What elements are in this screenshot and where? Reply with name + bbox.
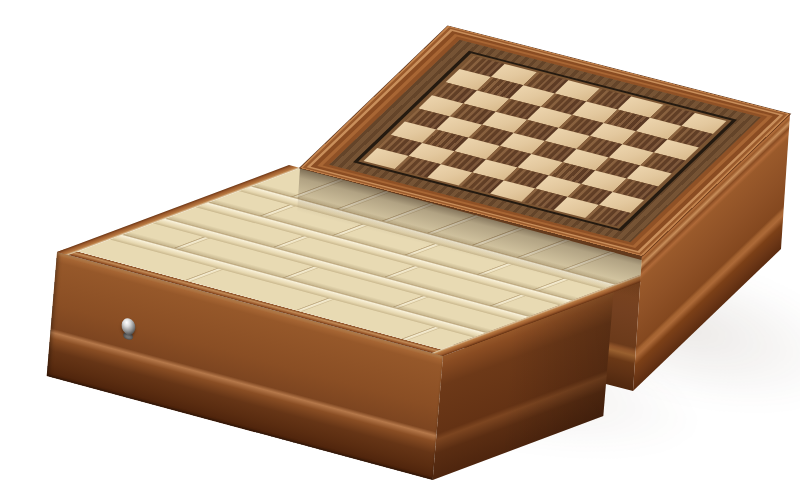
product-scene: [0, 0, 800, 480]
drawer-knob: [119, 316, 139, 345]
